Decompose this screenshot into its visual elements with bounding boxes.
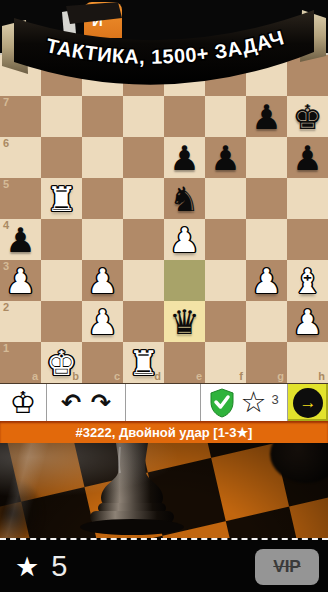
square-d6[interactable] [123,137,164,178]
square-d5[interactable] [123,178,164,219]
white-rook: ♜ [123,342,164,383]
rank-label-5: 5 [3,179,9,190]
square-h7[interactable]: ♚ [287,96,328,137]
square-e8[interactable] [164,55,205,96]
white-pawn: ♟ [246,260,287,301]
black-pawn: ♟ [0,219,41,260]
square-d7[interactable] [123,96,164,137]
square-b8[interactable] [41,55,82,96]
square-a8[interactable]: 8 [0,55,41,96]
square-h1[interactable]: h [287,342,328,383]
square-f7[interactable] [205,96,246,137]
square-h4[interactable] [287,219,328,260]
app-screen: И ТАКТИКА, 1500+ ЗАДАЧ [0,0,328,592]
square-a1[interactable]: 1a [0,342,41,383]
white-pawn: ♟ [0,260,41,301]
square-h8[interactable] [287,55,328,96]
square-a6[interactable]: 6 [0,137,41,178]
footer-bar: ★ 5 VIP [0,538,328,592]
square-a3[interactable]: 3♟ [0,260,41,301]
white-bishop: ♝ [287,260,328,301]
toolbar: ♔ ↶ ↷ ☆ 3 → [0,383,328,421]
square-f6[interactable]: ♟ [205,137,246,178]
rank-label-8: 8 [3,56,9,67]
square-d1[interactable]: d♜ [123,342,164,383]
square-h2[interactable]: ♟ [287,301,328,342]
tab-tasks[interactable]: И [84,2,122,38]
square-g7[interactable]: ♟ [246,96,287,137]
square-a4[interactable]: 4♟ [0,219,41,260]
turn-indicator-white-king-icon: ♔ [0,384,47,421]
file-label-c: c [114,371,120,382]
square-c3[interactable]: ♟ [82,260,123,301]
star-icon: ★ [15,553,39,580]
square-b4[interactable] [41,219,82,260]
square-e7[interactable] [164,96,205,137]
file-label-g: g [277,371,284,382]
square-f8[interactable] [205,55,246,96]
square-c8[interactable] [82,55,123,96]
file-label-h: h [318,371,325,382]
white-pawn: ♟ [82,301,123,342]
difficulty-star-icon: ☆ [240,388,266,417]
black-pawn: ♟ [164,137,205,178]
black-pawn: ♟ [205,137,246,178]
chess-photo-banner [0,443,328,538]
square-d8[interactable] [123,55,164,96]
square-f5[interactable] [205,178,246,219]
square-f1[interactable]: f [205,342,246,383]
puzzle-rating-group: ☆ 3 [201,384,288,421]
square-e4[interactable]: ♟ [164,219,205,260]
black-queen: ♛ [164,301,205,342]
square-c4[interactable] [82,219,123,260]
square-b3[interactable] [41,260,82,301]
square-g6[interactable] [246,137,287,178]
rank-label-6: 6 [3,138,9,149]
square-h5[interactable] [287,178,328,219]
square-e1[interactable]: e [164,342,205,383]
square-b5[interactable]: ♜ [41,178,82,219]
square-h3[interactable]: ♝ [287,260,328,301]
square-a2[interactable]: 2 [0,301,41,342]
file-label-a: a [32,371,38,382]
shield-check-icon [209,388,235,418]
chess-board: 87♟♚6♟♟♟5♜♞4♟♟3♟♟♟♝2♟♛♟1ab♚cd♜efgh [0,55,328,383]
puzzle-status-bar: #3222, Двойной удар [1-3★] [0,421,328,443]
black-pawn: ♟ [246,96,287,137]
square-e5[interactable]: ♞ [164,178,205,219]
square-e3[interactable] [164,260,205,301]
square-g5[interactable] [246,178,287,219]
rank-label-7: 7 [3,97,9,108]
square-d4[interactable] [123,219,164,260]
header: И ТАКТИКА, 1500+ ЗАДАЧ [0,0,328,55]
square-c5[interactable] [82,178,123,219]
square-f3[interactable] [205,260,246,301]
square-g1[interactable]: g [246,342,287,383]
white-king: ♚ [41,342,82,383]
ribbon-fold-sliver [62,10,76,36]
square-a5[interactable]: 5 [0,178,41,219]
square-g4[interactable] [246,219,287,260]
next-puzzle-button[interactable]: → [288,384,328,421]
white-pawn: ♟ [287,301,328,342]
file-label-e: e [196,371,202,382]
square-e2[interactable]: ♛ [164,301,205,342]
square-f2[interactable] [205,301,246,342]
difficulty-count: 3 [271,392,278,407]
square-d2[interactable] [123,301,164,342]
square-e6[interactable]: ♟ [164,137,205,178]
star-count: 5 [51,552,67,581]
square-d3[interactable] [123,260,164,301]
black-pawn: ♟ [287,137,328,178]
square-b1[interactable]: b♚ [41,342,82,383]
white-pawn: ♟ [82,260,123,301]
white-rook: ♜ [41,178,82,219]
toolbar-empty-cell [126,384,201,421]
undo-redo-group: ↶ ↷ [47,384,126,421]
square-g8[interactable] [246,55,287,96]
vip-button[interactable]: VIP [255,549,319,585]
square-a7[interactable]: 7 [0,96,41,137]
next-arrow-icon: → [293,388,323,418]
white-pawn: ♟ [164,219,205,260]
square-b2[interactable] [41,301,82,342]
square-g3[interactable]: ♟ [246,260,287,301]
square-b6[interactable] [41,137,82,178]
square-c2[interactable]: ♟ [82,301,123,342]
black-knight: ♞ [164,178,205,219]
square-h6[interactable]: ♟ [287,137,328,178]
undo-icon[interactable]: ↶ [61,391,81,415]
file-label-f: f [239,371,243,382]
rank-label-1: 1 [3,343,9,354]
square-f4[interactable] [205,219,246,260]
photo-glare [0,443,328,538]
square-c7[interactable] [82,96,123,137]
square-c1[interactable]: c [82,342,123,383]
rank-label-2: 2 [3,302,9,313]
square-c6[interactable] [82,137,123,178]
redo-icon[interactable]: ↷ [91,391,111,415]
puzzle-title: #3222, Двойной удар [1-3★] [76,425,253,440]
square-g2[interactable] [246,301,287,342]
square-b7[interactable] [41,96,82,137]
black-king: ♚ [287,96,328,137]
